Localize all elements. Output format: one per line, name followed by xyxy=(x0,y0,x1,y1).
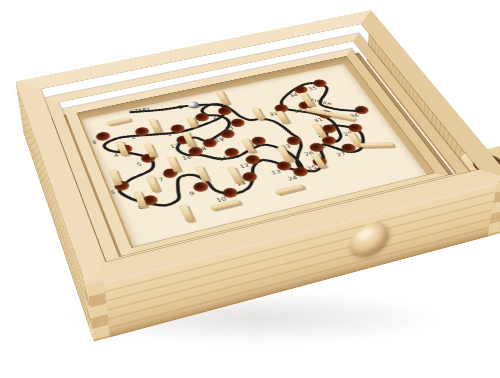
finger-joint xyxy=(87,282,110,342)
finger-joint xyxy=(488,178,500,236)
front-tilt-knob xyxy=(349,218,389,259)
product-photo-scene: 1234567891011121314151617181920212223242… xyxy=(0,0,500,378)
